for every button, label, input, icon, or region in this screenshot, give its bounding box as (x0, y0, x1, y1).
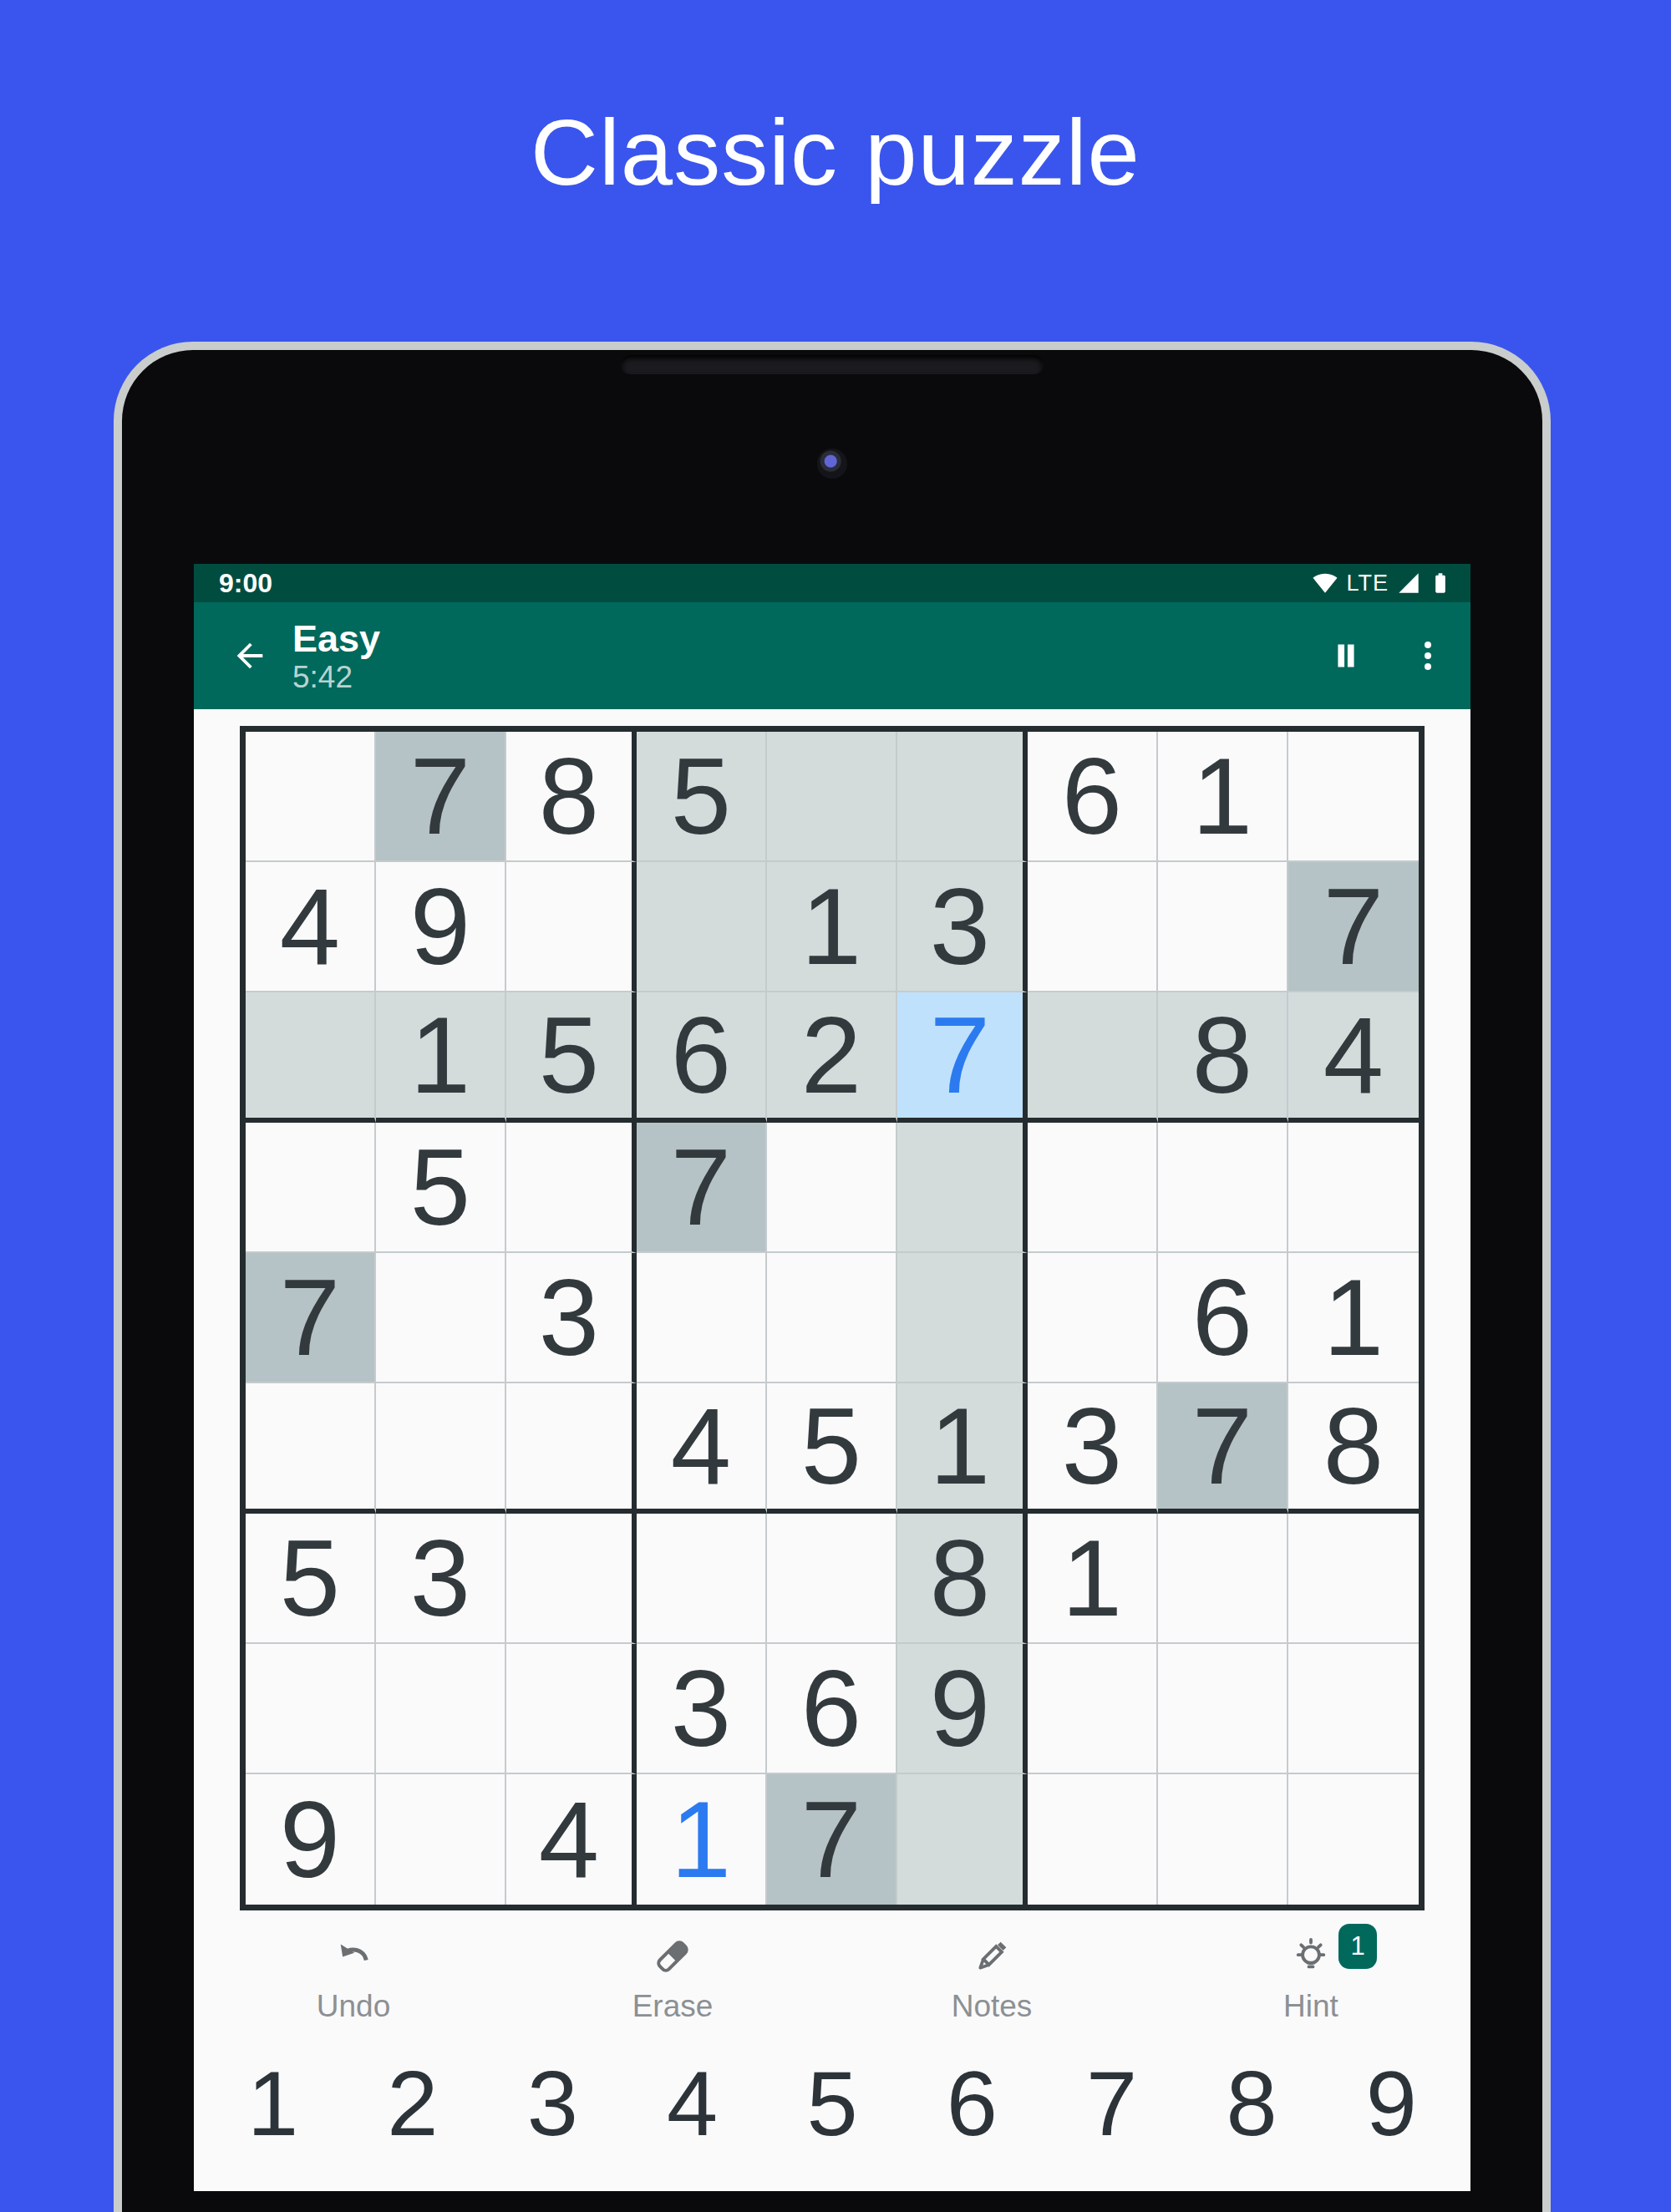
pencil-icon (969, 1934, 1014, 1979)
cell-r3c3[interactable]: 5 (506, 992, 637, 1123)
cell-r1c1[interactable] (246, 732, 376, 862)
cell-r6c3[interactable] (506, 1383, 637, 1514)
status-bar: 9:00 LTE (194, 564, 1470, 602)
cell-r4c8[interactable] (1158, 1123, 1288, 1253)
cell-r5c1[interactable]: 7 (246, 1253, 376, 1383)
cell-r3c8[interactable]: 8 (1158, 992, 1288, 1123)
cell-r6c5[interactable]: 5 (767, 1383, 897, 1514)
cell-r8c7[interactable] (1028, 1644, 1158, 1774)
cell-r6c1[interactable] (246, 1383, 376, 1514)
cell-r6c7[interactable]: 3 (1028, 1383, 1158, 1514)
cell-r6c6[interactable]: 1 (897, 1383, 1028, 1514)
cell-r1c4[interactable]: 5 (637, 732, 767, 862)
cell-r9c9[interactable] (1288, 1774, 1419, 1905)
toolbar: Undo Erase Notes 1 Hint (194, 1934, 1470, 2024)
cell-r7c7[interactable]: 1 (1028, 1514, 1158, 1644)
cell-r9c8[interactable] (1158, 1774, 1288, 1905)
eraser-icon (650, 1934, 695, 1979)
cell-r4c4[interactable]: 7 (637, 1123, 767, 1253)
cell-r6c4[interactable]: 4 (637, 1383, 767, 1514)
cell-r3c9[interactable]: 4 (1288, 992, 1419, 1123)
undo-icon (331, 1934, 376, 1979)
cell-r8c8[interactable] (1158, 1644, 1288, 1774)
cell-r7c5[interactable] (767, 1514, 897, 1644)
cell-r5c2[interactable] (376, 1253, 506, 1383)
cell-r9c7[interactable] (1028, 1774, 1158, 1905)
cell-r3c6[interactable]: 7 (897, 992, 1028, 1123)
cell-r1c2[interactable]: 7 (376, 732, 506, 862)
cell-r7c3[interactable] (506, 1514, 637, 1644)
cell-r9c4[interactable]: 1 (637, 1774, 767, 1905)
cell-r1c8[interactable]: 1 (1158, 732, 1288, 862)
speaker-slot (622, 355, 1044, 373)
hint-badge: 1 (1338, 1924, 1377, 1969)
cell-r6c9[interactable]: 8 (1288, 1383, 1419, 1514)
cell-r1c9[interactable] (1288, 732, 1419, 862)
numpad-3[interactable]: 3 (527, 2057, 578, 2149)
cell-r6c2[interactable] (376, 1383, 506, 1514)
numpad-6[interactable]: 6 (947, 2057, 998, 2149)
game-timer: 5:42 (292, 662, 380, 693)
cell-r9c1[interactable]: 9 (246, 1774, 376, 1905)
numpad-4[interactable]: 4 (667, 2057, 718, 2149)
cell-r7c4[interactable] (637, 1514, 767, 1644)
undo-button[interactable]: Undo (194, 1934, 513, 2024)
cell-r4c1[interactable] (246, 1123, 376, 1253)
app-screen: 9:00 LTE Easy 5:42 785614913715627845773… (194, 564, 1470, 2191)
cell-r5c7[interactable] (1028, 1253, 1158, 1383)
numpad-7[interactable]: 7 (1086, 2057, 1137, 2149)
cell-r9c3[interactable]: 4 (506, 1774, 637, 1905)
cell-r6c8[interactable]: 7 (1158, 1383, 1288, 1514)
pause-button[interactable] (1327, 637, 1365, 675)
cell-r5c5[interactable] (767, 1253, 897, 1383)
cell-r8c3[interactable] (506, 1644, 637, 1774)
lightbulb-icon: 1 (1288, 1934, 1333, 1979)
cell-r4c3[interactable] (506, 1123, 637, 1253)
cell-r7c9[interactable] (1288, 1514, 1419, 1644)
cell-r4c6[interactable] (897, 1123, 1028, 1253)
tablet-frame: 9:00 LTE Easy 5:42 785614913715627845773… (114, 342, 1551, 2212)
hint-label: Hint (1283, 1989, 1338, 2024)
hint-button[interactable]: 1 Hint (1151, 1934, 1470, 2024)
cell-r3c7[interactable] (1028, 992, 1158, 1123)
app-bar-titles: Easy 5:42 (292, 620, 380, 693)
cell-r8c5[interactable]: 6 (767, 1644, 897, 1774)
difficulty-label: Easy (292, 620, 380, 657)
cell-r9c6[interactable] (897, 1774, 1028, 1905)
cell-r1c6[interactable] (897, 732, 1028, 862)
numpad-9[interactable]: 9 (1366, 2057, 1417, 2149)
cell-r1c7[interactable]: 6 (1028, 732, 1158, 862)
network-type-label: LTE (1346, 571, 1389, 596)
cell-r5c9[interactable]: 1 (1288, 1253, 1419, 1383)
cell-r2c5[interactable]: 1 (767, 862, 897, 992)
cell-r5c8[interactable]: 6 (1158, 1253, 1288, 1383)
cell-r8c9[interactable] (1288, 1644, 1419, 1774)
cell-r3c5[interactable]: 2 (767, 992, 897, 1123)
cell-r2c9[interactable]: 7 (1288, 862, 1419, 992)
cell-r7c2[interactable]: 3 (376, 1514, 506, 1644)
cell-r3c4[interactable]: 6 (637, 992, 767, 1123)
battery-icon (1429, 571, 1452, 595)
cell-r3c1[interactable] (246, 992, 376, 1123)
cell-r5c4[interactable] (637, 1253, 767, 1383)
cell-r2c7[interactable] (1028, 862, 1158, 992)
cell-r9c5[interactable]: 7 (767, 1774, 897, 1905)
numpad-2[interactable]: 2 (387, 2057, 438, 2149)
cell-r2c4[interactable] (637, 862, 767, 992)
overflow-menu-button[interactable] (1409, 637, 1447, 675)
numpad: 123456789 (194, 2057, 1470, 2149)
numpad-5[interactable]: 5 (806, 2057, 857, 2149)
cell-r5c6[interactable] (897, 1253, 1028, 1383)
sudoku-board: 7856149137156278457736145137853813699417 (240, 726, 1425, 1910)
signal-strength-icon (1397, 571, 1420, 595)
cell-r2c8[interactable] (1158, 862, 1288, 992)
cell-r7c6[interactable]: 8 (897, 1514, 1028, 1644)
status-time: 9:00 (219, 568, 1313, 599)
app-bar: Easy 5:42 (194, 602, 1470, 709)
notes-label: Notes (952, 1989, 1033, 2024)
cell-r2c2[interactable]: 9 (376, 862, 506, 992)
undo-label: Undo (317, 1989, 390, 2024)
cell-r8c1[interactable] (246, 1644, 376, 1774)
erase-button[interactable]: Erase (513, 1934, 832, 2024)
numpad-8[interactable]: 8 (1226, 2057, 1277, 2149)
cell-r7c8[interactable] (1158, 1514, 1288, 1644)
cell-r2c3[interactable] (506, 862, 637, 992)
wifi-icon (1313, 571, 1338, 596)
cell-r4c5[interactable] (767, 1123, 897, 1253)
cell-r9c2[interactable] (376, 1774, 506, 1905)
notes-button[interactable]: Notes (832, 1934, 1151, 2024)
cell-r5c3[interactable]: 3 (506, 1253, 637, 1383)
cell-r2c6[interactable]: 3 (897, 862, 1028, 992)
cell-r2c1[interactable]: 4 (246, 862, 376, 992)
erase-label: Erase (632, 1989, 714, 2024)
cell-r4c7[interactable] (1028, 1123, 1158, 1253)
cell-r8c2[interactable] (376, 1644, 506, 1774)
cell-r1c5[interactable] (767, 732, 897, 862)
back-button[interactable] (231, 637, 269, 675)
cell-r7c1[interactable]: 5 (246, 1514, 376, 1644)
cell-r4c9[interactable] (1288, 1123, 1419, 1253)
front-camera (817, 449, 847, 479)
page-title: Classic puzzle (0, 99, 1671, 206)
status-icons: LTE (1313, 571, 1452, 596)
numpad-1[interactable]: 1 (247, 2057, 298, 2149)
cell-r8c6[interactable]: 9 (897, 1644, 1028, 1774)
cell-r3c2[interactable]: 1 (376, 992, 506, 1123)
cell-r4c2[interactable]: 5 (376, 1123, 506, 1253)
cell-r8c4[interactable]: 3 (637, 1644, 767, 1774)
cell-r1c3[interactable]: 8 (506, 732, 637, 862)
